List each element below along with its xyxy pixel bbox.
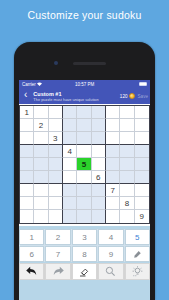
toolbar bbox=[19, 263, 150, 280]
cell-r9c5[interactable] bbox=[77, 210, 91, 223]
numpad-key-1[interactable]: 1 bbox=[19, 229, 44, 245]
cell-r5c7[interactable] bbox=[106, 158, 120, 171]
cell-r2c3[interactable] bbox=[49, 119, 63, 132]
cell-r3c5[interactable] bbox=[77, 132, 91, 145]
clock: 10:57 PM bbox=[75, 82, 94, 87]
cell-r3c8[interactable] bbox=[120, 132, 134, 145]
cell-r4c6[interactable] bbox=[92, 145, 106, 158]
hint-button[interactable] bbox=[125, 263, 150, 280]
cell-r5c2[interactable] bbox=[34, 158, 48, 171]
pencil-icon[interactable] bbox=[125, 246, 150, 262]
cell-r5c1[interactable] bbox=[20, 158, 34, 171]
cell-r3c2[interactable] bbox=[34, 132, 48, 145]
lightbulb-icon bbox=[131, 263, 144, 281]
cell-r2c7[interactable] bbox=[106, 119, 120, 132]
cell-r9c8[interactable] bbox=[120, 210, 134, 223]
undo-icon bbox=[25, 263, 38, 281]
cell-r7c1[interactable] bbox=[20, 184, 34, 197]
cell-r3c9[interactable] bbox=[135, 132, 149, 145]
sudoku-board: 123456789 bbox=[19, 105, 150, 224]
board-area: 123456789 bbox=[19, 104, 150, 226]
number-pad: 123456789 bbox=[19, 229, 150, 262]
save-button[interactable]: Save bbox=[138, 94, 148, 99]
numpad-key-2[interactable]: 2 bbox=[45, 229, 70, 245]
numpad-key-7[interactable]: 7 bbox=[45, 246, 70, 262]
cell-r4c9[interactable] bbox=[135, 145, 149, 158]
cell-r4c8[interactable] bbox=[120, 145, 134, 158]
cell-r9c6[interactable] bbox=[92, 210, 106, 223]
cell-r2c9[interactable] bbox=[135, 119, 149, 132]
wifi-icon bbox=[37, 82, 42, 86]
cell-r7c7[interactable]: 7 bbox=[106, 184, 120, 197]
cell-r9c7[interactable] bbox=[106, 210, 120, 223]
cell-r8c8[interactable]: 8 bbox=[120, 197, 134, 210]
cell-r4c7[interactable] bbox=[106, 145, 120, 158]
cell-r6c3[interactable] bbox=[49, 171, 63, 184]
cell-r7c6[interactable] bbox=[92, 184, 106, 197]
cell-r9c3[interactable] bbox=[49, 210, 63, 223]
cell-r4c4[interactable]: 4 bbox=[63, 145, 77, 158]
cell-r9c2[interactable] bbox=[34, 210, 48, 223]
cell-r9c4[interactable] bbox=[63, 210, 77, 223]
cell-r8c6[interactable] bbox=[92, 197, 106, 210]
navigation-bar: ‹ Custom #1 The puzzle must have unique … bbox=[19, 88, 150, 104]
screen-bottom-area bbox=[19, 280, 150, 300]
cell-r6c1[interactable] bbox=[20, 171, 34, 184]
cell-r2c2[interactable]: 2 bbox=[34, 119, 48, 132]
numpad-key-6[interactable]: 6 bbox=[19, 246, 44, 262]
eraser-icon bbox=[78, 263, 90, 281]
cell-r9c1[interactable] bbox=[20, 210, 34, 223]
cell-r8c7[interactable] bbox=[106, 197, 120, 210]
cell-r1c5[interactable] bbox=[77, 106, 91, 119]
cell-r4c2[interactable] bbox=[34, 145, 48, 158]
cell-r5c5[interactable]: 5 bbox=[77, 158, 91, 171]
cell-r1c3[interactable] bbox=[49, 106, 63, 119]
camera-dot bbox=[54, 61, 58, 65]
numpad-key-9[interactable]: 9 bbox=[98, 246, 123, 262]
cell-r2c4[interactable] bbox=[63, 119, 77, 132]
cell-r7c2[interactable] bbox=[34, 184, 48, 197]
cell-r6c5[interactable] bbox=[77, 171, 91, 184]
numpad-key-8[interactable]: 8 bbox=[72, 246, 97, 262]
carrier-label: Carrier bbox=[22, 82, 36, 87]
cell-r3c3[interactable]: 3 bbox=[49, 132, 63, 145]
cell-r8c9[interactable] bbox=[135, 197, 149, 210]
numpad-key-5[interactable]: 5 bbox=[125, 229, 150, 245]
cell-r7c9[interactable] bbox=[135, 184, 149, 197]
cell-r2c1[interactable] bbox=[20, 119, 34, 132]
numpad-key-3[interactable]: 3 bbox=[72, 229, 97, 245]
back-button[interactable]: ‹ bbox=[22, 90, 29, 100]
speaker-slot bbox=[73, 62, 106, 65]
cell-r7c8[interactable] bbox=[120, 184, 134, 197]
coin-count: 120 bbox=[120, 94, 128, 99]
eraser-button[interactable] bbox=[72, 263, 97, 280]
cell-r5c9[interactable] bbox=[135, 158, 149, 171]
undo-button[interactable] bbox=[19, 263, 44, 280]
cell-r8c5[interactable] bbox=[77, 197, 91, 210]
redo-icon bbox=[52, 263, 65, 281]
page-title: Customize your sudoku bbox=[0, 9, 169, 21]
cell-r1c9[interactable] bbox=[135, 106, 149, 119]
zoom-button[interactable] bbox=[98, 263, 123, 280]
cell-r7c4[interactable] bbox=[63, 184, 77, 197]
cell-r6c6[interactable]: 6 bbox=[92, 171, 106, 184]
phone-screen: Carrier 10:57 PM ‹ Custom #1 The puzzle … bbox=[19, 80, 150, 300]
cell-r7c3[interactable] bbox=[49, 184, 63, 197]
magnifier-icon bbox=[105, 263, 116, 281]
cell-r1c6[interactable] bbox=[92, 106, 106, 119]
cell-r8c2[interactable] bbox=[34, 197, 48, 210]
cell-r6c7[interactable] bbox=[106, 171, 120, 184]
cell-r2c6[interactable] bbox=[92, 119, 106, 132]
cell-r2c8[interactable] bbox=[120, 119, 134, 132]
status-bar: Carrier 10:57 PM bbox=[19, 80, 150, 88]
cell-r5c3[interactable] bbox=[49, 158, 63, 171]
cell-r2c5[interactable] bbox=[77, 119, 91, 132]
cell-r6c2[interactable] bbox=[34, 171, 48, 184]
cell-r4c5[interactable] bbox=[77, 145, 91, 158]
cell-r5c6[interactable] bbox=[92, 158, 106, 171]
cell-r6c9[interactable] bbox=[135, 171, 149, 184]
cell-r4c3[interactable] bbox=[49, 145, 63, 158]
cell-r5c8[interactable] bbox=[120, 158, 134, 171]
battery-icon bbox=[139, 82, 147, 86]
puzzle-subtitle: The puzzle must have unique solution bbox=[33, 97, 98, 102]
cell-r3c7[interactable] bbox=[106, 132, 120, 145]
cell-r8c4[interactable] bbox=[63, 197, 77, 210]
cell-r3c4[interactable] bbox=[63, 132, 77, 145]
cell-r6c4[interactable] bbox=[63, 171, 77, 184]
cell-r8c3[interactable] bbox=[49, 197, 63, 210]
cell-r1c7[interactable] bbox=[106, 106, 120, 119]
cell-r4c1[interactable] bbox=[20, 145, 34, 158]
app-store-screenshot: Customize your sudoku Carrier 10:57 PM ‹… bbox=[0, 0, 169, 300]
phone-frame: Carrier 10:57 PM ‹ Custom #1 The puzzle … bbox=[14, 42, 155, 300]
cell-r3c1[interactable] bbox=[20, 132, 34, 145]
cell-r7c5[interactable] bbox=[77, 184, 91, 197]
cell-r1c1[interactable]: 1 bbox=[20, 106, 34, 119]
gold-coin-icon bbox=[129, 93, 135, 99]
cell-r1c2[interactable] bbox=[34, 106, 48, 119]
numpad-key-4[interactable]: 4 bbox=[98, 229, 123, 245]
cell-r9c9[interactable]: 9 bbox=[135, 210, 149, 223]
cell-r5c4[interactable] bbox=[63, 158, 77, 171]
cell-r1c8[interactable] bbox=[120, 106, 134, 119]
redo-button[interactable] bbox=[45, 263, 70, 280]
cell-r6c8[interactable] bbox=[120, 171, 134, 184]
cell-r3c6[interactable] bbox=[92, 132, 106, 145]
cell-r8c1[interactable] bbox=[20, 197, 34, 210]
cell-r1c4[interactable] bbox=[63, 106, 77, 119]
